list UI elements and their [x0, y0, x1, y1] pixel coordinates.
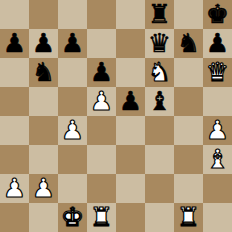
piece-white-rook[interactable]: ♜	[90, 203, 113, 232]
piece-white-knight[interactable]: ♞	[148, 58, 171, 87]
square-d8[interactable]	[87, 0, 116, 29]
square-d4[interactable]	[87, 116, 116, 145]
square-h5[interactable]	[203, 87, 232, 116]
square-f3[interactable]	[145, 145, 174, 174]
square-a4[interactable]	[0, 116, 29, 145]
square-b2[interactable]: ♟	[29, 174, 58, 203]
square-h2[interactable]	[203, 174, 232, 203]
piece-white-pawn[interactable]: ♟	[3, 174, 26, 203]
square-f7[interactable]: ♛	[145, 29, 174, 58]
piece-black-bishop[interactable]: ♝	[148, 87, 171, 116]
square-c6[interactable]	[58, 58, 87, 87]
piece-black-knight[interactable]: ♞	[177, 29, 200, 58]
square-a8[interactable]	[0, 0, 29, 29]
square-h3[interactable]: ♝	[203, 145, 232, 174]
piece-black-knight[interactable]: ♞	[32, 58, 55, 87]
piece-black-pawn[interactable]: ♟	[119, 87, 142, 116]
square-h4[interactable]: ♟	[203, 116, 232, 145]
square-b4[interactable]	[29, 116, 58, 145]
square-c3[interactable]	[58, 145, 87, 174]
piece-black-pawn[interactable]: ♟	[3, 29, 26, 58]
square-e4[interactable]	[116, 116, 145, 145]
square-c8[interactable]	[58, 0, 87, 29]
square-b3[interactable]	[29, 145, 58, 174]
square-c4[interactable]: ♟	[58, 116, 87, 145]
square-b7[interactable]: ♟	[29, 29, 58, 58]
square-f4[interactable]	[145, 116, 174, 145]
square-c1[interactable]: ♚	[58, 203, 87, 232]
square-b6[interactable]: ♞	[29, 58, 58, 87]
square-e3[interactable]	[116, 145, 145, 174]
square-d2[interactable]	[87, 174, 116, 203]
square-f1[interactable]	[145, 203, 174, 232]
square-e7[interactable]	[116, 29, 145, 58]
piece-black-pawn[interactable]: ♟	[206, 29, 229, 58]
square-f8[interactable]: ♜	[145, 0, 174, 29]
square-f2[interactable]	[145, 174, 174, 203]
square-g2[interactable]	[174, 174, 203, 203]
square-a6[interactable]	[0, 58, 29, 87]
piece-black-king[interactable]: ♚	[206, 0, 229, 29]
piece-black-pawn[interactable]: ♟	[32, 29, 55, 58]
piece-white-rook[interactable]: ♜	[177, 203, 200, 232]
piece-white-bishop[interactable]: ♝	[206, 145, 229, 174]
square-d5[interactable]: ♟	[87, 87, 116, 116]
square-g1[interactable]: ♜	[174, 203, 203, 232]
square-b1[interactable]	[29, 203, 58, 232]
piece-white-pawn[interactable]: ♟	[90, 87, 113, 116]
square-g6[interactable]	[174, 58, 203, 87]
square-h6[interactable]: ♛	[203, 58, 232, 87]
square-a5[interactable]	[0, 87, 29, 116]
square-a3[interactable]	[0, 145, 29, 174]
square-g8[interactable]	[174, 0, 203, 29]
piece-white-pawn[interactable]: ♟	[32, 174, 55, 203]
piece-black-pawn[interactable]: ♟	[61, 29, 84, 58]
piece-white-king[interactable]: ♚	[61, 203, 84, 232]
square-c2[interactable]	[58, 174, 87, 203]
square-e8[interactable]	[116, 0, 145, 29]
piece-white-queen[interactable]: ♛	[206, 58, 229, 87]
chess-board: ♜♚♟♟♟♛♞♟♞♟♞♛♟♟♝♟♟♝♟♟♚♜♜	[0, 0, 232, 232]
square-f6[interactable]: ♞	[145, 58, 174, 87]
square-f5[interactable]: ♝	[145, 87, 174, 116]
square-a1[interactable]	[0, 203, 29, 232]
square-g5[interactable]	[174, 87, 203, 116]
square-c7[interactable]: ♟	[58, 29, 87, 58]
square-c5[interactable]	[58, 87, 87, 116]
square-d7[interactable]	[87, 29, 116, 58]
square-e5[interactable]: ♟	[116, 87, 145, 116]
square-b8[interactable]	[29, 0, 58, 29]
piece-black-rook[interactable]: ♜	[148, 0, 171, 29]
square-b5[interactable]	[29, 87, 58, 116]
square-d1[interactable]: ♜	[87, 203, 116, 232]
piece-black-queen[interactable]: ♛	[148, 29, 171, 58]
square-h7[interactable]: ♟	[203, 29, 232, 58]
square-g3[interactable]	[174, 145, 203, 174]
piece-white-pawn[interactable]: ♟	[61, 116, 84, 145]
square-d6[interactable]: ♟	[87, 58, 116, 87]
square-e1[interactable]	[116, 203, 145, 232]
square-e2[interactable]	[116, 174, 145, 203]
square-g4[interactable]	[174, 116, 203, 145]
square-h8[interactable]: ♚	[203, 0, 232, 29]
square-a2[interactable]: ♟	[0, 174, 29, 203]
piece-black-pawn[interactable]: ♟	[90, 58, 113, 87]
square-h1[interactable]	[203, 203, 232, 232]
square-e6[interactable]	[116, 58, 145, 87]
square-g7[interactable]: ♞	[174, 29, 203, 58]
piece-white-pawn[interactable]: ♟	[206, 116, 229, 145]
square-d3[interactable]	[87, 145, 116, 174]
square-a7[interactable]: ♟	[0, 29, 29, 58]
